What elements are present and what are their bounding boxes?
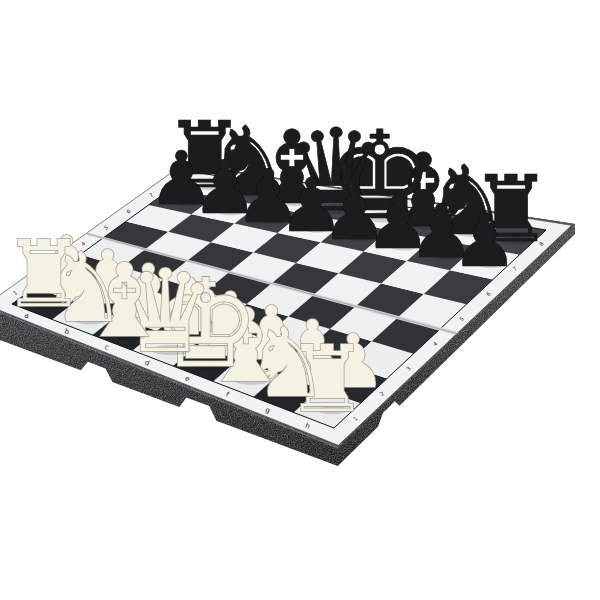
chess-board-scene: abcdefgh1122334455667788 ♜♞♝♚♛♝♞♜♟♟♟♟♟♟♟… [0, 0, 600, 600]
piece-black-pawn-a7: ♟ [148, 135, 214, 221]
chess-set-product-photo: abcdefgh1122334455667788 ♜♞♝♚♛♝♞♜♟♟♟♟♟♟♟… [0, 0, 600, 600]
piece-white-rook-a1: ♜ [2, 221, 84, 328]
